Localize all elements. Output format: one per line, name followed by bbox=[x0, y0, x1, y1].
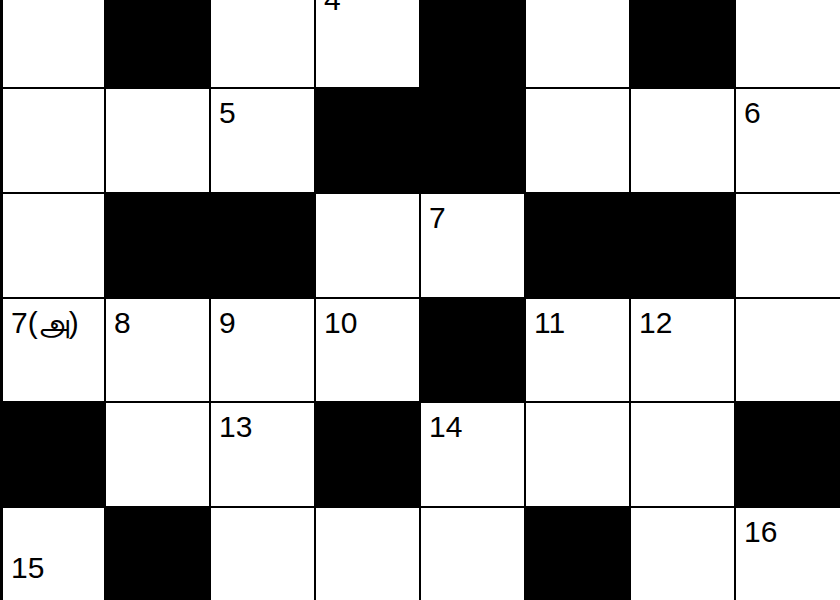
cell-r1c1[interactable] bbox=[0, 0, 105, 88]
block-cell-r4c5 bbox=[420, 298, 525, 402]
block-cell-r1c7 bbox=[630, 0, 735, 88]
clue-number: 4 bbox=[324, 0, 341, 15]
cell-r2c3[interactable]: 5 bbox=[210, 88, 315, 193]
clue-number: 10 bbox=[324, 308, 357, 338]
clue-number: 14 bbox=[429, 412, 462, 442]
cell-r4c7[interactable]: 12 bbox=[630, 298, 735, 402]
cell-r2c7[interactable] bbox=[630, 88, 735, 193]
cell-r6c5[interactable] bbox=[420, 507, 525, 600]
cell-r4c8[interactable] bbox=[735, 298, 840, 402]
clue-number: 5 bbox=[219, 98, 236, 128]
block-cell-r3c3 bbox=[210, 193, 315, 298]
clue-number: 7 bbox=[429, 203, 446, 233]
clue-number: 16 bbox=[744, 517, 777, 547]
block-cell-r5c4 bbox=[315, 402, 420, 507]
block-cell-r5c1 bbox=[0, 402, 105, 507]
block-cell-r2c5 bbox=[420, 88, 525, 193]
cell-r5c6[interactable] bbox=[525, 402, 630, 507]
cell-r4c3[interactable]: 9 bbox=[210, 298, 315, 402]
block-cell-r3c2 bbox=[105, 193, 210, 298]
cell-r5c3[interactable]: 13 bbox=[210, 402, 315, 507]
block-cell-r1c2 bbox=[105, 0, 210, 88]
block-cell-r3c6 bbox=[525, 193, 630, 298]
cell-r3c1[interactable] bbox=[0, 193, 105, 298]
cell-r1c3[interactable] bbox=[210, 0, 315, 88]
clue-number: 6 bbox=[744, 98, 761, 128]
cell-r6c4[interactable] bbox=[315, 507, 420, 600]
cell-r2c2[interactable] bbox=[105, 88, 210, 193]
clue-number: 9 bbox=[219, 308, 236, 338]
block-cell-r5c8 bbox=[735, 402, 840, 507]
cell-r6c8[interactable]: 16 bbox=[735, 507, 840, 600]
cell-r6c7[interactable] bbox=[630, 507, 735, 600]
cell-r5c2[interactable] bbox=[105, 402, 210, 507]
crossword-grid: 45677(அ)8910111213141516 bbox=[0, 0, 840, 600]
block-cell-r3c7 bbox=[630, 193, 735, 298]
clue-number: 8 bbox=[114, 308, 131, 338]
cell-r4c4[interactable]: 10 bbox=[315, 298, 420, 402]
cell-r3c4[interactable] bbox=[315, 193, 420, 298]
block-cell-r1c5 bbox=[420, 0, 525, 88]
cell-r3c8[interactable] bbox=[735, 193, 840, 298]
clue-number: 15 bbox=[11, 553, 44, 583]
cell-r4c6[interactable]: 11 bbox=[525, 298, 630, 402]
cell-r6c3[interactable] bbox=[210, 507, 315, 600]
clue-number: 11 bbox=[534, 308, 565, 338]
cell-r2c8[interactable]: 6 bbox=[735, 88, 840, 193]
cell-r4c1[interactable]: 7(அ) bbox=[0, 298, 105, 402]
clue-number: 7(அ) bbox=[11, 308, 79, 338]
cell-r1c8[interactable] bbox=[735, 0, 840, 88]
cell-r4c2[interactable]: 8 bbox=[105, 298, 210, 402]
block-cell-r6c2 bbox=[105, 507, 210, 600]
cell-r1c4[interactable]: 4 bbox=[315, 0, 420, 88]
cell-r6c1[interactable]: 15 bbox=[0, 507, 105, 600]
cell-r2c1[interactable] bbox=[0, 88, 105, 193]
clue-number: 13 bbox=[219, 412, 252, 442]
cell-r5c7[interactable] bbox=[630, 402, 735, 507]
block-cell-r2c4 bbox=[315, 88, 420, 193]
cell-r2c6[interactable] bbox=[525, 88, 630, 193]
cell-r5c5[interactable]: 14 bbox=[420, 402, 525, 507]
clue-number: 12 bbox=[639, 308, 672, 338]
cell-r3c5[interactable]: 7 bbox=[420, 193, 525, 298]
block-cell-r6c6 bbox=[525, 507, 630, 600]
cell-r1c6[interactable] bbox=[525, 0, 630, 88]
